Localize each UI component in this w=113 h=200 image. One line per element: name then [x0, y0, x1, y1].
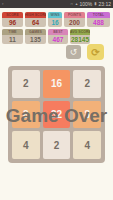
- network-icon: ⁙: [70, 0, 73, 8]
- undo-icon: ↺: [70, 47, 78, 57]
- stat-value: 96: [2, 18, 23, 27]
- battery-percent: 100%: [79, 0, 92, 8]
- stat-value: 467: [48, 35, 68, 44]
- stat-box-avg: AVG SCORE 28145: [70, 29, 90, 44]
- new-game-button[interactable]: ⟳: [87, 44, 104, 60]
- stat-box-points: POINTS 200: [64, 12, 85, 27]
- tile-r2c0: 4: [12, 131, 40, 159]
- stat-value: 16: [48, 18, 62, 27]
- status-bar-left: ▫: [2, 0, 3, 8]
- stat-value: 11: [2, 35, 23, 44]
- stat-box-games: GAMES 135: [25, 29, 46, 44]
- stat-box-time: TIME 11: [2, 29, 23, 44]
- notification-icon: ▫: [2, 0, 3, 8]
- stat-box-score: SCORE 96: [2, 12, 23, 27]
- status-bar-right: ⁙ ▴ 100% ▮ 23:12: [70, 0, 111, 8]
- app-screen: ▫ ⁙ ▴ 100% ▮ 23:12 SCORE 96 HIGH SCORE 6…: [0, 0, 113, 200]
- game-over-text: Game Over: [0, 104, 113, 128]
- undo-button[interactable]: ↺: [66, 45, 81, 59]
- stats-row-1: SCORE 96 HIGH SCORE 64 WINS 16 POINTS 20…: [2, 12, 110, 27]
- stat-value: 135: [25, 35, 46, 44]
- status-bar: ▫ ⁙ ▴ 100% ▮ 23:12: [0, 0, 113, 8]
- signal-icon: ▴: [75, 0, 77, 8]
- tile-r0c0: 2: [12, 70, 40, 98]
- tile-r0c2: 2: [73, 70, 101, 98]
- stat-box-wins: WINS 16: [48, 12, 62, 27]
- stat-box-total: TOTAL 488: [87, 12, 110, 27]
- stat-value: 200: [64, 18, 85, 27]
- battery-icon: ▮: [94, 0, 96, 8]
- tile-r0c1: 16: [43, 70, 71, 98]
- stat-value: 28145: [70, 35, 90, 44]
- stat-box-best: BEST 467: [48, 29, 68, 44]
- tile-r2c2: 4: [73, 131, 101, 159]
- stat-value: 488: [87, 18, 110, 27]
- stats-row-2: TIME 11 GAMES 135 BEST 467 AVG SCORE 281…: [2, 29, 90, 44]
- tile-r2c1: 2: [43, 131, 71, 159]
- stat-box-highscore: HIGH SCORE 64: [25, 12, 46, 27]
- stat-value: 64: [25, 18, 46, 27]
- restart-icon: ⟳: [91, 47, 99, 58]
- clock: 23:12: [98, 0, 111, 8]
